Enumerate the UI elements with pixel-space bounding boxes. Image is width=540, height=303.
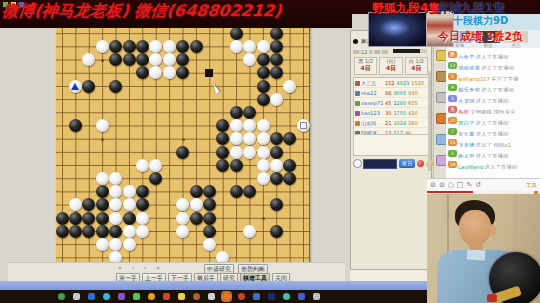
live-chat-list[interactable]: 爵小鱼干进入了直播间12清风徐来进入了直播间5wxhang327关注了主播9棋乐…	[446, 48, 540, 178]
taskbar-app-icon[interactable]	[193, 293, 200, 300]
white-stone	[176, 225, 189, 238]
white-stone	[149, 40, 162, 53]
white-stone	[136, 159, 149, 172]
banner-rank-yehu: 野狐九段4隻	[372, 0, 440, 17]
black-stone	[136, 185, 149, 198]
go-board-grid[interactable]	[56, 9, 310, 265]
spectator-row[interactable]: hao123301750420	[354, 108, 430, 118]
black-stone	[96, 198, 109, 211]
black-stone	[216, 146, 229, 159]
streamer-collar	[467, 250, 485, 261]
black-stone	[257, 80, 270, 93]
taskbar-app-icon[interactable]	[118, 293, 125, 300]
black-stone	[230, 159, 243, 172]
spectator-num-teal: 2280	[393, 99, 406, 108]
black-stone	[190, 185, 203, 198]
white-stone	[203, 238, 216, 251]
white-stone	[69, 198, 82, 211]
drawing-tool-icon[interactable]: ✎	[466, 181, 472, 189]
white-stone	[163, 53, 176, 66]
banner-score-today: 今日成绩 3胜2负	[438, 29, 523, 44]
black-stone	[149, 172, 162, 185]
spectator-num-gold: 420	[408, 109, 418, 118]
black-stone	[82, 198, 95, 211]
black-stone-icon	[353, 39, 358, 44]
black-stone	[203, 185, 216, 198]
timer-mid: 0:00:00	[369, 49, 388, 55]
white-stone	[136, 225, 149, 238]
chat-level-badge: 21	[448, 117, 457, 124]
black-stone	[230, 27, 243, 40]
chat-level-badge: 爵	[448, 51, 457, 58]
black-stone	[109, 80, 122, 93]
chat-level-badge: 系	[448, 106, 457, 113]
white-stone	[163, 66, 176, 79]
black-stone	[176, 146, 189, 159]
spectator-row[interactable]: ssw22883005930	[354, 88, 430, 98]
chat-message-row: 12清风徐来进入了直播间	[446, 59, 540, 70]
odds-columns: 黑 1/24目(目)4目白 1/24目	[353, 57, 429, 75]
white-stone	[230, 132, 243, 145]
spectator-num-red: 45	[385, 99, 391, 108]
white-stone	[243, 132, 256, 145]
taskbar-app-icon[interactable]	[313, 293, 320, 300]
black-stone	[109, 53, 122, 66]
white-stone	[149, 66, 162, 79]
black-stone	[270, 53, 283, 66]
timer-row: 00:12 0:00:00	[353, 49, 429, 55]
white-stone	[109, 212, 122, 225]
black-stone	[270, 27, 283, 40]
spectator-avatar	[355, 111, 360, 116]
black-stone	[176, 53, 189, 66]
chat-message-row: 2路人甲进入了直播间	[446, 147, 540, 158]
white-stone	[96, 172, 109, 185]
black-stone	[56, 225, 69, 238]
taskbar-app-icon[interactable]	[208, 293, 215, 300]
black-stone	[69, 212, 82, 225]
banner-contact-text: 微博(神马龙老板) 微信(648802212)	[1, 1, 352, 27]
spectator-avatar	[355, 91, 360, 96]
odds-column[interactable]: (目)4目	[379, 57, 402, 75]
spectator-row[interactable]: sweep71452280655	[354, 98, 430, 108]
black-stone	[270, 146, 283, 159]
taskbar-app-icon[interactable]	[238, 293, 245, 300]
black-stone	[203, 225, 216, 238]
last-move-triangle-marker	[71, 83, 79, 90]
black-stone	[82, 80, 95, 93]
drawing-tool-icon[interactable]: ○	[448, 181, 454, 189]
time-progress-bar	[393, 49, 427, 53]
white-stone	[243, 146, 256, 159]
spectator-num-gold: 930	[408, 89, 418, 98]
black-stone	[136, 198, 149, 211]
spectator-num-gold: 1520	[411, 79, 424, 88]
white-stone	[190, 198, 203, 211]
black-stone	[136, 53, 149, 66]
white-stone	[257, 119, 270, 132]
banner-rank-line2: 十段棋力9D	[453, 14, 508, 28]
spectator-avatar	[355, 121, 360, 126]
black-stone	[270, 198, 283, 211]
chat-message-row: 15飞天猪送出了 666x1	[446, 136, 540, 147]
star-point	[262, 217, 265, 220]
game-info-panel: 麻老师(9段) gvav(9段) 00:12 0:00:00 黑 1/24目(目…	[350, 30, 432, 270]
spectator-num-teal: 1750	[393, 109, 406, 118]
black-stone	[257, 53, 270, 66]
chat-message-row: 18LaoWang进入了直播间	[446, 158, 540, 169]
chat-level-badge: 12	[448, 62, 457, 69]
chat-message-row: 7天元星进入了直播间	[446, 125, 540, 136]
chat-level-badge: 3	[448, 95, 457, 102]
red-coin-icon[interactable]	[417, 160, 424, 167]
black-stone	[216, 159, 229, 172]
chat-message-text: 进入了直播间	[484, 164, 517, 169]
panel-chat-input-row: 发言	[353, 157, 429, 169]
odds-value: 4目	[406, 64, 427, 73]
taskbar-blue-strip[interactable]	[0, 281, 427, 290]
black-stone	[203, 198, 216, 211]
board-toolbar: « ‹ › » 申请研究形势判断第一手上一手下一手最后手研究棋谱工具关闭	[8, 262, 345, 282]
timer-left: 00:12	[353, 49, 367, 55]
streamer-ear	[489, 224, 496, 236]
chat-level-badge: 18	[448, 161, 457, 168]
white-stone	[257, 40, 270, 53]
chat-message-row: 3大龙猫进入了直播间	[446, 92, 540, 103]
taskbar-app-icon[interactable]	[73, 293, 80, 300]
taskbar-app-icon[interactable]	[298, 293, 305, 300]
white-stone	[257, 146, 270, 159]
black-stone	[96, 212, 109, 225]
white-stone	[270, 93, 283, 106]
black-stone	[176, 40, 189, 53]
black-stone	[230, 106, 243, 119]
taskbar-icon-bar	[0, 290, 427, 303]
white-stone	[136, 212, 149, 225]
gift-icon-strip	[433, 46, 447, 178]
white-stone	[149, 53, 162, 66]
white-stone	[243, 53, 256, 66]
spectator-name: 山水间	[361, 119, 385, 128]
odds-value: 4目	[355, 64, 376, 73]
chat-level-badge: 2	[448, 150, 457, 157]
black-stone	[123, 53, 136, 66]
black-stone	[243, 185, 256, 198]
chat-message-row: 5wxhang327关注了主播	[446, 70, 540, 81]
black-stone	[270, 225, 283, 238]
chat-username: LaoWang	[458, 164, 483, 169]
black-stone	[270, 40, 283, 53]
white-stone	[149, 159, 162, 172]
spectator-num-teal: 3005	[393, 89, 406, 98]
spectator-num-gold: 655	[408, 99, 418, 108]
drawing-toolbar-label[interactable]: 工具	[526, 182, 537, 189]
taskbar-app-icon[interactable]	[163, 293, 170, 300]
black-stone	[270, 132, 283, 145]
black-stone	[190, 40, 203, 53]
white-stone	[96, 40, 109, 53]
black-stone	[190, 212, 203, 225]
spectator-list[interactable]: 大三元15240231520ssw22883005930sweep7145228…	[353, 77, 431, 135]
mouse-cursor	[214, 82, 221, 94]
white-stone	[230, 40, 243, 53]
white-stone	[109, 185, 122, 198]
black-stone	[69, 119, 82, 132]
spectator-num-teal: 4023	[397, 79, 410, 88]
spectator-row[interactable]: 大三元15240231520	[354, 78, 430, 88]
black-stone	[123, 40, 136, 53]
black-stone	[96, 185, 109, 198]
white-stone	[176, 198, 189, 211]
emoticon-icon[interactable]	[353, 159, 362, 168]
microphone-clip-red	[487, 294, 497, 302]
nebula-thumbnail	[368, 12, 427, 47]
panel-empty-area	[353, 134, 431, 156]
black-stone	[243, 106, 256, 119]
black-stone	[270, 172, 283, 185]
black-stone	[216, 119, 229, 132]
black-stone	[136, 40, 149, 53]
black-stone	[270, 66, 283, 79]
spectator-row[interactable]: 山水间211024380	[354, 118, 430, 128]
white-stone	[243, 40, 256, 53]
chat-level-badge: 7	[448, 128, 457, 135]
black-stone	[96, 225, 109, 238]
send-button[interactable]: 发言	[399, 159, 415, 168]
white-stone	[123, 225, 136, 238]
chat-level-badge: 9	[448, 84, 457, 91]
spectator-name: sweep71	[361, 99, 385, 108]
spectator-num-teal: 1024	[393, 119, 406, 128]
black-stone	[56, 212, 69, 225]
black-stone	[82, 225, 95, 238]
white-stone	[96, 238, 109, 251]
white-stone	[109, 238, 122, 251]
drawing-toolbar: ⊘⊘○□✎↺工具	[427, 178, 540, 191]
white-stone	[230, 146, 243, 159]
drawing-tool-icon[interactable]: ⊘	[439, 181, 445, 189]
spectator-num-red: 88	[385, 89, 391, 98]
spectator-num-red: 152	[385, 79, 395, 88]
white-stone	[123, 185, 136, 198]
move-square-marker	[300, 122, 307, 129]
spectator-num-red: 21	[385, 119, 391, 128]
black-stone	[136, 66, 149, 79]
streamer-webcam	[427, 194, 540, 303]
white-stone	[82, 53, 95, 66]
star-point	[101, 138, 104, 141]
background-frame-edge	[515, 194, 517, 254]
spectator-name: hao123	[361, 109, 385, 118]
star-point	[101, 59, 104, 62]
taskbar-app-icon[interactable]	[283, 293, 290, 300]
move-navigation-icons[interactable]: « ‹ › »	[118, 264, 164, 271]
panel-scrollbar[interactable]	[428, 71, 431, 171]
white-stone	[243, 119, 256, 132]
chat-message-row: 系系统文明观棋 理性发言	[446, 103, 540, 114]
white-stone	[109, 198, 122, 211]
white-stone	[163, 40, 176, 53]
black-stone	[109, 40, 122, 53]
black-stone	[283, 159, 296, 172]
black-stone	[230, 185, 243, 198]
screenshot-root: { "game": "Go (Weiqi), 19x19, live-strea…	[0, 0, 540, 303]
panel-chat-input[interactable]	[363, 159, 397, 169]
spectator-name: ssw22	[361, 89, 385, 98]
white-stone	[230, 119, 243, 132]
spectator-avatar	[355, 81, 360, 86]
black-stone	[123, 212, 136, 225]
star-point	[182, 138, 185, 141]
black-stone	[69, 225, 82, 238]
white-stone	[257, 132, 270, 145]
white-stone	[123, 198, 136, 211]
taskbar-app-icon[interactable]	[133, 293, 140, 300]
spectator-avatar	[355, 101, 360, 106]
taskbar-app-icon[interactable]	[88, 293, 95, 300]
streamer-face	[459, 210, 491, 246]
chat-level-badge: 15	[448, 139, 457, 146]
white-stone	[257, 159, 270, 172]
taskbar-app-icon[interactable]	[58, 293, 65, 300]
chat-level-badge: 5	[448, 73, 457, 80]
black-stone	[109, 225, 122, 238]
odds-value: 4目	[380, 64, 401, 73]
white-stone	[96, 119, 109, 132]
red-progress-segment	[427, 191, 473, 193]
black-stone	[257, 93, 270, 106]
black-stone	[216, 132, 229, 145]
drawing-tool-icon[interactable]: ⊘	[430, 181, 436, 189]
white-stone	[109, 172, 122, 185]
white-stone	[243, 225, 256, 238]
white-stone	[270, 159, 283, 172]
drawing-tool-icon[interactable]: □	[457, 181, 464, 189]
drawing-tool-icon[interactable]: ↺	[475, 181, 481, 189]
chat-message-row: 21黑白子进入了直播间	[446, 114, 540, 125]
black-stone	[283, 132, 296, 145]
black-stone	[176, 66, 189, 79]
panel-footer-area	[350, 270, 432, 281]
black-stone-hover-preview	[205, 69, 213, 77]
taskbar-app-icon[interactable]	[268, 293, 275, 300]
black-stone	[283, 172, 296, 185]
odds-column[interactable]: 白 1/24目	[405, 57, 428, 75]
spectator-name: 大三元	[361, 79, 385, 88]
chat-message-row: 9棋乐无穷进入了直播间	[446, 81, 540, 92]
black-stone	[257, 66, 270, 79]
white-stone	[176, 212, 189, 225]
taskbar-app-icon[interactable]	[148, 293, 155, 300]
black-stone	[203, 212, 216, 225]
taskbar-app-icon[interactable]	[103, 293, 110, 300]
taskbar-app-icon[interactable]	[223, 293, 230, 300]
taskbar-app-icon[interactable]	[178, 293, 185, 300]
white-stone	[257, 172, 270, 185]
chat-message-row: 爵小鱼干进入了直播间	[446, 48, 540, 59]
white-stone	[123, 238, 136, 251]
odds-column[interactable]: 黑 1/24目	[354, 57, 377, 75]
white-stone	[283, 80, 296, 93]
spectator-num-gold: 380	[408, 119, 418, 128]
black-stone	[82, 212, 95, 225]
spectator-num-red: 30	[385, 109, 391, 118]
taskbar-app-icon[interactable]	[253, 293, 260, 300]
